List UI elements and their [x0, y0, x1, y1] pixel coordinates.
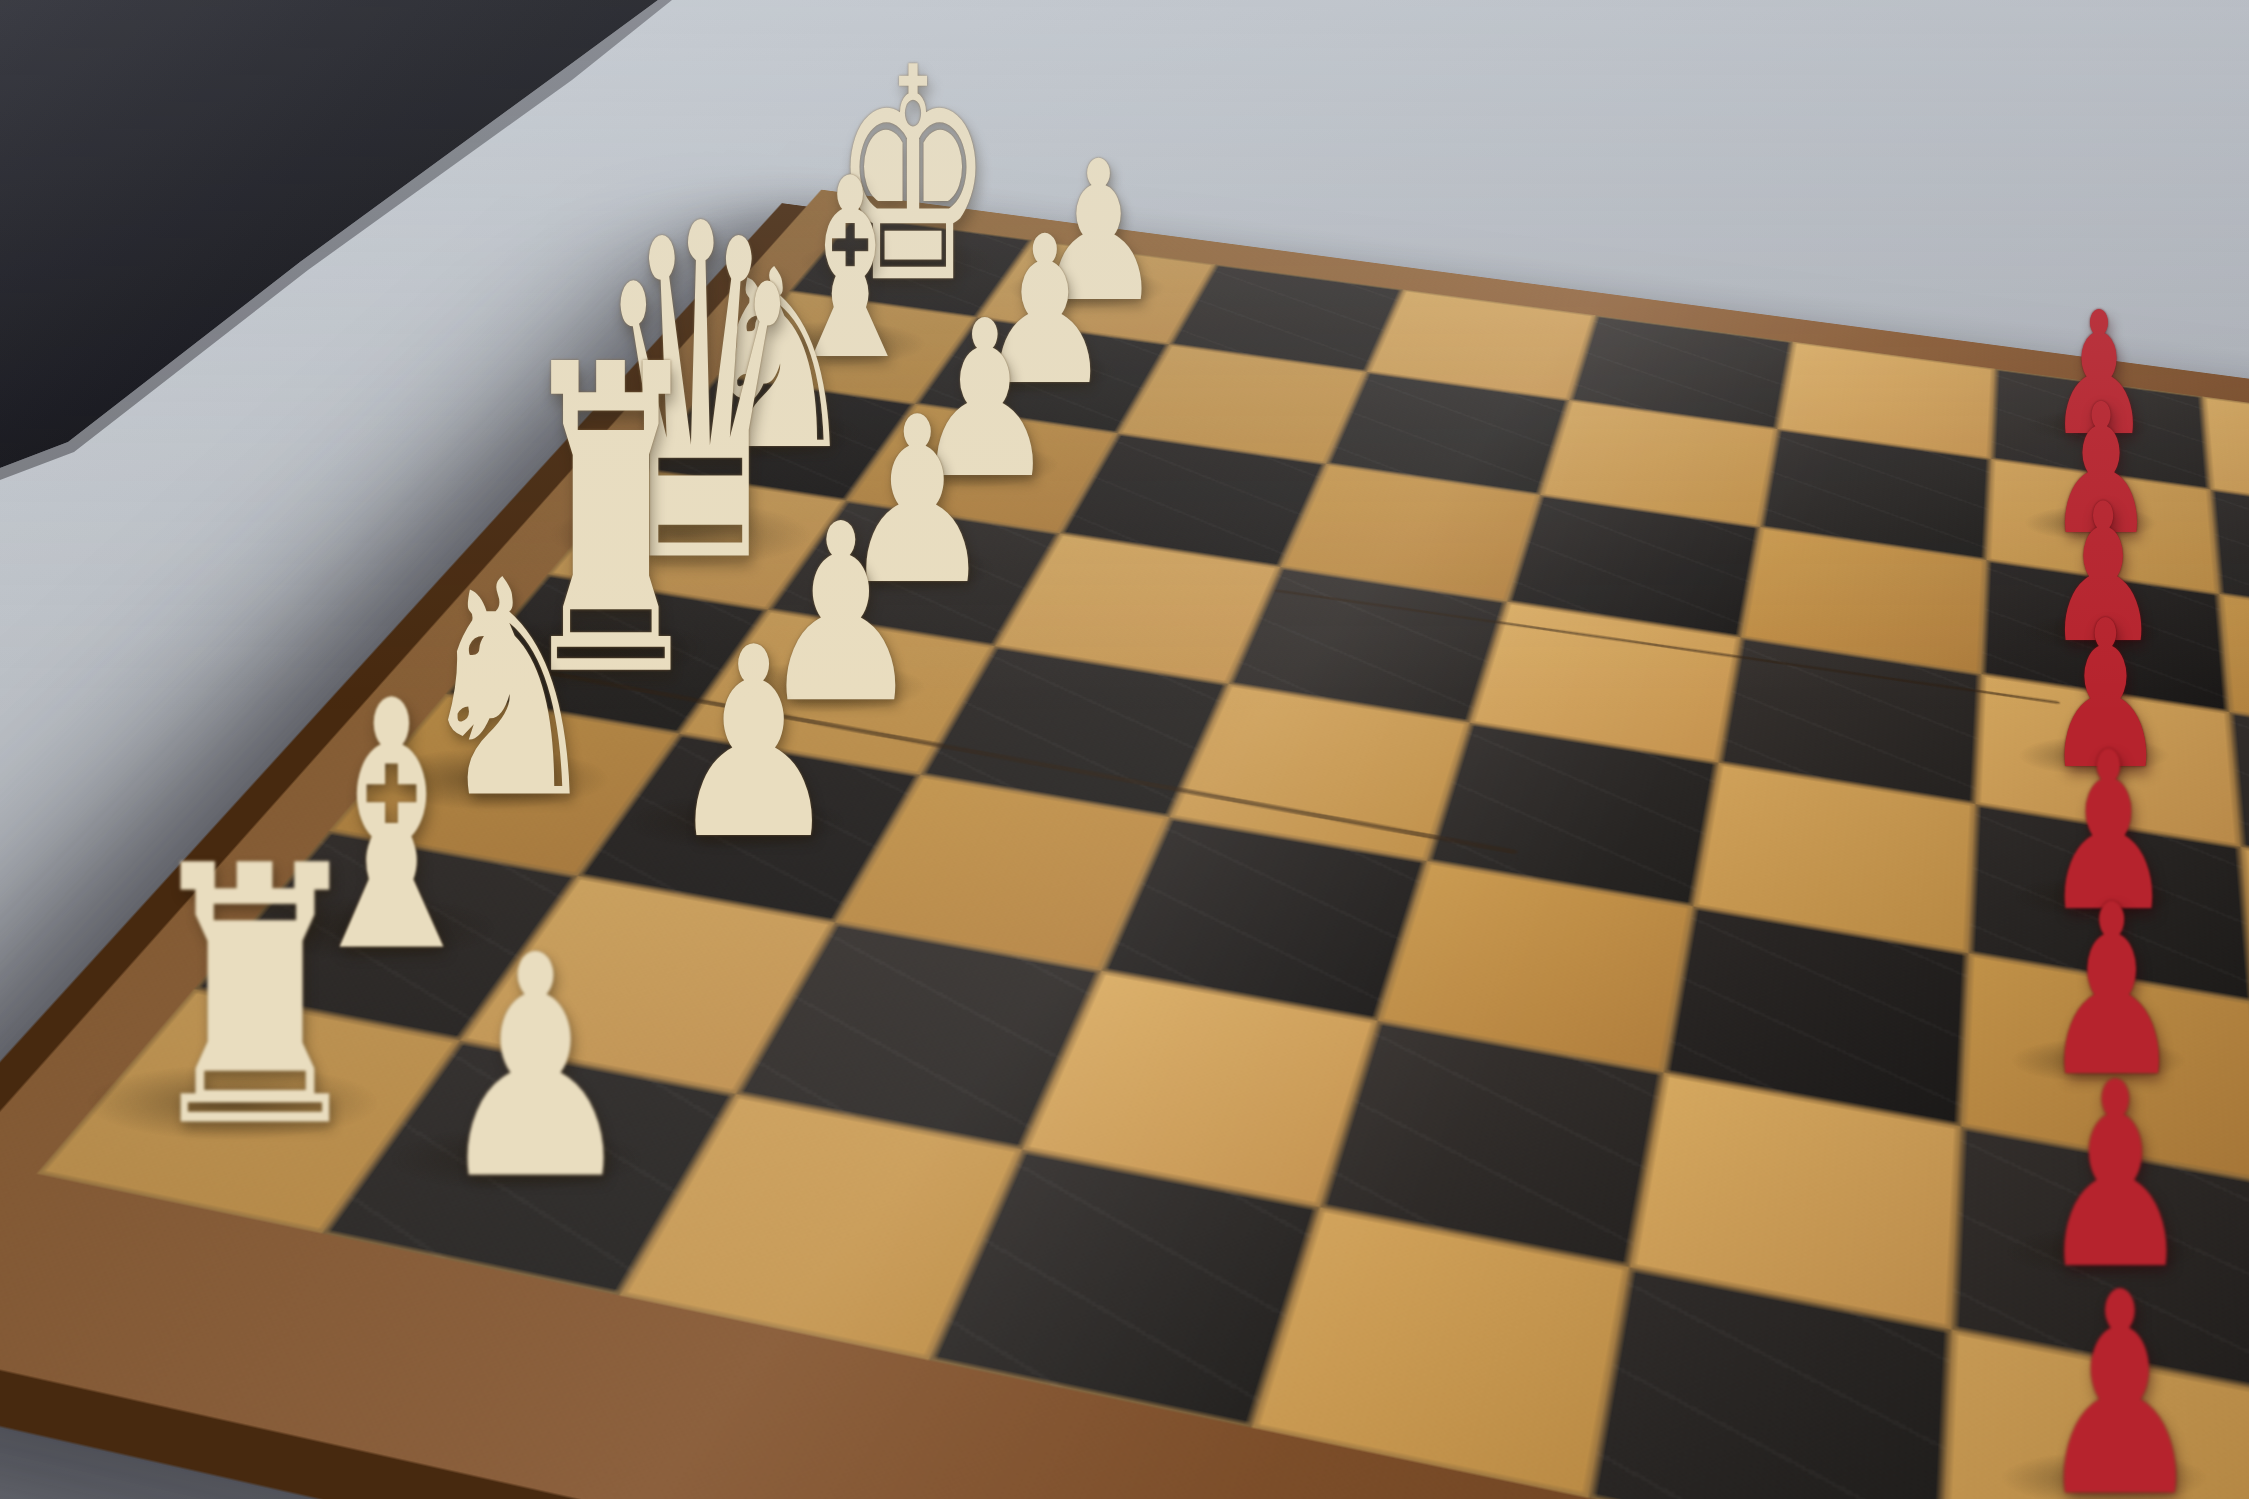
- chessboard-grid: [37, 216, 2249, 1499]
- photo-stage: ♚♝♞♛♜♞♝♜♟♟♟♟♟♟♟♟♟♟♟♟♟♟♟: [0, 0, 2249, 1499]
- chessboard: [0, 190, 2249, 1499]
